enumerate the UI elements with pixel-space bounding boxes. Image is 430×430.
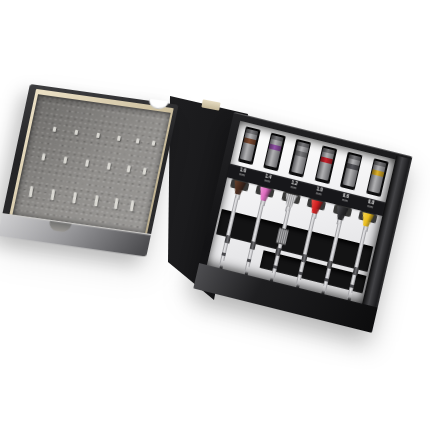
- box-lid: [0, 84, 179, 256]
- lid-foam: [12, 94, 170, 233]
- lid-thumb-notch: [48, 221, 72, 233]
- tube-color-ring: [243, 137, 256, 145]
- lid-inner-rim: [9, 89, 173, 234]
- product-photo-scene: 1.6mm1.4mm1.2mm1.0mm0.6mm0.8mm: [0, 0, 430, 430]
- tube-color-ring: [295, 150, 308, 158]
- foam-impression-mark: [29, 186, 33, 197]
- foam-impression-mark: [152, 141, 155, 146]
- foam-impression-mark: [127, 165, 130, 172]
- tube-color-ring: [346, 163, 359, 171]
- grip-band: [326, 260, 333, 269]
- foam-impression-mark: [53, 127, 56, 132]
- foam-impression-mark: [74, 130, 77, 135]
- knurled-barrel: [275, 227, 288, 245]
- foam-impression-mark: [63, 157, 66, 164]
- foam-impression-mark: [96, 133, 99, 138]
- grip-band: [352, 267, 359, 276]
- tube-color-ring: [269, 144, 282, 152]
- grip-band: [250, 241, 257, 250]
- box-base: 1.6mm1.4mm1.2mm1.0mm0.6mm0.8mm: [193, 112, 412, 333]
- foam-impression-mark: [72, 192, 76, 203]
- grip-band: [301, 254, 308, 263]
- grip-band: [224, 235, 231, 244]
- foam-impression-mark: [114, 198, 118, 209]
- foam-impression-mark: [117, 136, 120, 141]
- grip-band: [275, 247, 282, 256]
- tube-color-ring: [372, 169, 385, 177]
- foam-impression-mark: [107, 163, 110, 170]
- foam-impression-mark: [42, 154, 45, 161]
- foam-impression-mark: [94, 195, 98, 206]
- foam-impression-mark: [143, 168, 146, 175]
- foam-impression-mark: [51, 189, 55, 200]
- foam-impression-mark: [130, 200, 134, 211]
- foam-impression-mark: [136, 138, 139, 143]
- foam-impression-mark: [85, 160, 88, 167]
- tube-color-ring: [320, 156, 333, 164]
